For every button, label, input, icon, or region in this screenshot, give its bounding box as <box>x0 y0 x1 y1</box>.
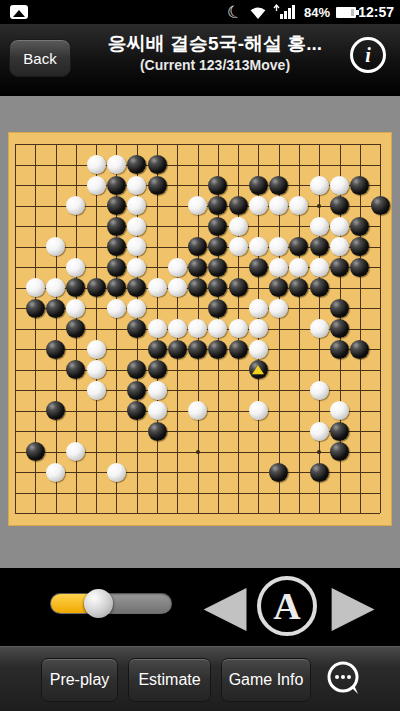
black-stone <box>188 258 207 277</box>
white-stone <box>127 196 146 215</box>
white-stone <box>87 360 106 379</box>
white-stone <box>229 217 248 236</box>
next-move-button[interactable]: ▶ <box>318 570 388 640</box>
black-stone <box>127 278 146 297</box>
black-stone <box>310 237 329 256</box>
pre-play-button[interactable]: Pre-play <box>41 658 118 702</box>
back-button[interactable]: Back <box>9 39 71 77</box>
white-stone <box>148 381 167 400</box>
black-stone <box>208 176 227 195</box>
title-bar: Back 응씨배 결승5국-해설 홍... (Current 123/313Mo… <box>0 24 400 96</box>
white-stone <box>66 196 85 215</box>
battery-percent: 84% <box>304 0 330 24</box>
black-stone <box>26 442 45 461</box>
white-stone <box>127 237 146 256</box>
black-stone <box>208 278 227 297</box>
game-info-button[interactable]: Game Info <box>221 658 311 702</box>
black-stone <box>26 299 45 318</box>
white-stone <box>26 278 45 297</box>
white-stone <box>310 381 329 400</box>
black-stone <box>350 258 369 277</box>
wifi-icon <box>248 0 268 24</box>
black-stone <box>46 299 65 318</box>
white-stone <box>310 422 329 441</box>
white-stone <box>310 176 329 195</box>
white-stone <box>249 237 268 256</box>
white-stone <box>188 319 207 338</box>
black-stone <box>127 155 146 174</box>
white-stone <box>330 401 349 420</box>
black-stone <box>148 340 167 359</box>
white-stone <box>127 258 146 277</box>
white-stone <box>269 258 288 277</box>
white-stone <box>269 299 288 318</box>
white-stone <box>249 196 268 215</box>
black-stone <box>148 360 167 379</box>
black-stone <box>127 401 146 420</box>
go-board[interactable] <box>8 132 392 526</box>
white-stone <box>188 401 207 420</box>
black-stone <box>208 299 227 318</box>
do-not-disturb-moon-icon: ☾ <box>223 0 245 26</box>
black-stone <box>350 217 369 236</box>
auto-play-button[interactable]: A <box>257 576 317 636</box>
white-stone <box>229 319 248 338</box>
black-stone <box>350 340 369 359</box>
black-stone <box>107 217 126 236</box>
black-stone <box>66 360 85 379</box>
white-stone <box>127 217 146 236</box>
white-stone <box>46 237 65 256</box>
white-stone <box>148 319 167 338</box>
white-stone <box>66 299 85 318</box>
white-stone <box>87 155 106 174</box>
signal-bars-icon <box>272 0 296 24</box>
black-stone <box>188 278 207 297</box>
black-stone <box>249 176 268 195</box>
status-bar: ☾ 84% 12:57 <box>0 0 400 24</box>
black-stone <box>208 340 227 359</box>
white-stone <box>269 237 288 256</box>
white-stone <box>46 278 65 297</box>
white-stone <box>148 278 167 297</box>
white-stone <box>249 319 268 338</box>
white-stone <box>289 258 308 277</box>
move-counter: (Current 123/313Move) <box>80 57 350 73</box>
black-stone <box>127 381 146 400</box>
gallery-notification-icon <box>10 5 28 19</box>
white-stone <box>107 155 126 174</box>
black-stone <box>330 196 349 215</box>
white-stone <box>289 196 308 215</box>
white-stone <box>127 176 146 195</box>
white-stone <box>188 196 207 215</box>
black-stone <box>107 258 126 277</box>
white-stone <box>229 237 248 256</box>
black-stone <box>208 237 227 256</box>
last-move-triangle-marker <box>252 365 264 374</box>
white-stone <box>107 299 126 318</box>
white-stone <box>107 463 126 482</box>
white-stone <box>168 278 187 297</box>
black-stone <box>289 278 308 297</box>
white-stone <box>249 340 268 359</box>
app-screen: ☾ 84% 12:57 Back 응씨배 결승5국-해설 홍... (Curre… <box>0 0 400 711</box>
black-stone <box>229 278 248 297</box>
black-stone <box>46 401 65 420</box>
black-stone <box>249 258 268 277</box>
black-stone <box>107 176 126 195</box>
black-stone <box>229 340 248 359</box>
black-stone <box>330 422 349 441</box>
slider-thumb[interactable] <box>84 589 113 618</box>
black-stone <box>229 196 248 215</box>
black-stone <box>371 196 390 215</box>
black-stone <box>148 422 167 441</box>
white-stone <box>269 196 288 215</box>
black-stone <box>148 176 167 195</box>
black-stone <box>107 278 126 297</box>
chat-bubble-icon[interactable] <box>324 659 364 699</box>
playback-control-bar: ◀ A ▶ <box>0 568 400 646</box>
black-stone <box>208 196 227 215</box>
white-stone <box>148 401 167 420</box>
info-icon[interactable]: i <box>350 37 386 73</box>
black-stone <box>350 176 369 195</box>
black-stone <box>87 278 106 297</box>
white-stone <box>310 258 329 277</box>
black-stone <box>330 442 349 461</box>
black-stone <box>330 258 349 277</box>
black-stone <box>310 463 329 482</box>
black-stone <box>269 278 288 297</box>
black-stone <box>208 217 227 236</box>
white-stone <box>310 319 329 338</box>
black-stone <box>269 176 288 195</box>
black-stone <box>330 299 349 318</box>
black-stone <box>350 237 369 256</box>
estimate-button[interactable]: Estimate <box>128 658 211 702</box>
black-stone <box>269 463 288 482</box>
black-stone <box>330 319 349 338</box>
white-stone <box>66 442 85 461</box>
move-progress-slider[interactable] <box>50 593 172 614</box>
white-stone <box>46 463 65 482</box>
status-clock: 12:57 <box>358 0 394 24</box>
black-stone <box>330 340 349 359</box>
black-stone <box>107 196 126 215</box>
white-stone <box>208 319 227 338</box>
white-stone <box>66 258 85 277</box>
black-stone <box>188 340 207 359</box>
black-stone <box>310 278 329 297</box>
black-stone <box>66 278 85 297</box>
white-stone <box>168 319 187 338</box>
white-stone <box>249 299 268 318</box>
black-stone <box>148 155 167 174</box>
white-stone <box>330 217 349 236</box>
white-stone <box>87 340 106 359</box>
black-stone <box>289 237 308 256</box>
black-stone <box>249 360 268 379</box>
black-stone <box>107 237 126 256</box>
action-button-bar: Pre-play Estimate Game Info <box>0 646 400 711</box>
game-title: 응씨배 결승5국-해설 홍... <box>80 31 350 57</box>
black-stone <box>46 340 65 359</box>
white-stone <box>127 299 146 318</box>
white-stone <box>87 176 106 195</box>
white-stone <box>330 176 349 195</box>
white-stone <box>168 258 187 277</box>
black-stone <box>127 360 146 379</box>
previous-move-button[interactable]: ◀ <box>190 570 260 640</box>
battery-icon <box>336 0 356 24</box>
white-stone <box>249 401 268 420</box>
black-stone <box>127 319 146 338</box>
black-stone <box>188 237 207 256</box>
black-stone <box>208 258 227 277</box>
white-stone <box>87 381 106 400</box>
black-stone <box>66 319 85 338</box>
white-stone <box>330 237 349 256</box>
white-stone <box>310 217 329 236</box>
black-stone <box>168 340 187 359</box>
